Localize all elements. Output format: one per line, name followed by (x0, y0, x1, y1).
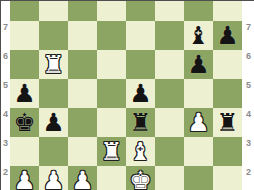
rank-label-6: 6 (246, 52, 251, 61)
square-d3[interactable]: ♜ (97, 137, 126, 166)
square-g6[interactable]: ♟ (184, 50, 213, 79)
square-f6[interactable] (155, 50, 184, 79)
white-pawn-a2[interactable]: ♟ (13, 166, 35, 190)
rank-label-2: 2 (246, 168, 251, 177)
square-h2[interactable] (213, 166, 242, 190)
square-h6[interactable] (213, 50, 242, 79)
rank-label-5: 5 (3, 81, 8, 90)
rank-label-2: 2 (3, 168, 8, 177)
rank-label-4: 4 (246, 110, 251, 119)
square-h7[interactable]: ♟ (213, 21, 242, 50)
square-e4[interactable]: ♜ (126, 108, 155, 137)
white-rook-d3[interactable]: ♜ (100, 137, 122, 166)
square-b6[interactable]: ♜ (39, 50, 68, 79)
square-f8[interactable] (155, 1, 184, 21)
square-a4[interactable]: ♚ (10, 108, 39, 137)
black-rook-h4[interactable]: ♜ (216, 108, 238, 137)
white-pawn-b2[interactable]: ♟ (42, 166, 64, 190)
rank-label-7: 7 (3, 23, 8, 32)
white-bishop-e3[interactable]: ♝ (129, 137, 151, 166)
square-a6[interactable] (10, 50, 39, 79)
square-d2[interactable] (97, 166, 126, 190)
square-b3[interactable] (39, 137, 68, 166)
square-g8[interactable] (184, 1, 213, 21)
square-a2[interactable]: ♟ (10, 166, 39, 190)
square-c7[interactable] (68, 21, 97, 50)
rank-label-3: 3 (3, 139, 8, 148)
square-e7[interactable] (126, 21, 155, 50)
white-pawn-c2[interactable]: ♟ (71, 166, 93, 190)
white-pawn-g4[interactable]: ♟ (187, 108, 209, 137)
square-d6[interactable] (97, 50, 126, 79)
square-h3[interactable] (213, 137, 242, 166)
square-a8[interactable] (10, 1, 39, 21)
black-pawn-b4[interactable]: ♟ (42, 108, 64, 137)
square-c4[interactable] (68, 108, 97, 137)
square-g5[interactable] (184, 79, 213, 108)
rank-label-6: 6 (3, 52, 8, 61)
square-a3[interactable] (10, 137, 39, 166)
square-h4[interactable]: ♜ (213, 108, 242, 137)
square-b4[interactable]: ♟ (39, 108, 68, 137)
square-e8[interactable] (126, 1, 155, 21)
square-e6[interactable] (126, 50, 155, 79)
rank-label-7: 7 (246, 23, 251, 32)
rank-label-4: 4 (3, 110, 8, 119)
black-pawn-e5[interactable]: ♟ (129, 79, 151, 108)
black-pawn-h7[interactable]: ♟ (216, 21, 238, 50)
square-f4[interactable] (155, 108, 184, 137)
square-b8[interactable] (39, 1, 68, 21)
square-g4[interactable]: ♟ (184, 108, 213, 137)
square-c6[interactable] (68, 50, 97, 79)
rank-label-8: 8 (3, 0, 8, 3)
black-king-a4[interactable]: ♚ (13, 108, 35, 137)
square-g2[interactable] (184, 166, 213, 190)
white-king-e2[interactable]: ♚ (129, 166, 151, 190)
square-f2[interactable] (155, 166, 184, 190)
black-pawn-g6[interactable]: ♟ (187, 50, 209, 79)
square-c3[interactable] (68, 137, 97, 166)
square-f3[interactable] (155, 137, 184, 166)
rank-label-5: 5 (246, 81, 251, 90)
board-viewport: ♝♟♜♟♟♟♚♟♜♟♜♜♝♟♟♟♚ (10, 1, 242, 190)
square-d7[interactable] (97, 21, 126, 50)
square-d5[interactable] (97, 79, 126, 108)
black-pawn-a5[interactable]: ♟ (13, 79, 35, 108)
square-b5[interactable] (39, 79, 68, 108)
square-g7[interactable]: ♝ (184, 21, 213, 50)
square-c2[interactable]: ♟ (68, 166, 97, 190)
square-d8[interactable] (97, 1, 126, 21)
square-b2[interactable]: ♟ (39, 166, 68, 190)
square-c5[interactable] (68, 79, 97, 108)
square-a5[interactable]: ♟ (10, 79, 39, 108)
chess-board: ♝♟♜♟♟♟♚♟♜♟♜♜♝♟♟♟♚ (10, 1, 242, 190)
rank-label-3: 3 (246, 139, 251, 148)
chess-diagram: ♝♟♜♟♟♟♚♟♜♟♜♜♝♟♟♟♚ 87654328765432 (0, 0, 254, 190)
square-f7[interactable] (155, 21, 184, 50)
white-rook-b6[interactable]: ♜ (42, 50, 64, 79)
square-g3[interactable] (184, 137, 213, 166)
square-c8[interactable] (68, 1, 97, 21)
rank-label-8: 8 (246, 0, 251, 3)
black-bishop-g7[interactable]: ♝ (187, 21, 209, 50)
square-h8[interactable] (213, 1, 242, 21)
square-f5[interactable] (155, 79, 184, 108)
square-h5[interactable] (213, 79, 242, 108)
black-rook-e4[interactable]: ♜ (129, 108, 151, 137)
square-e5[interactable]: ♟ (126, 79, 155, 108)
square-b7[interactable] (39, 21, 68, 50)
square-a7[interactable] (10, 21, 39, 50)
square-e2[interactable]: ♚ (126, 166, 155, 190)
square-d4[interactable] (97, 108, 126, 137)
square-e3[interactable]: ♝ (126, 137, 155, 166)
